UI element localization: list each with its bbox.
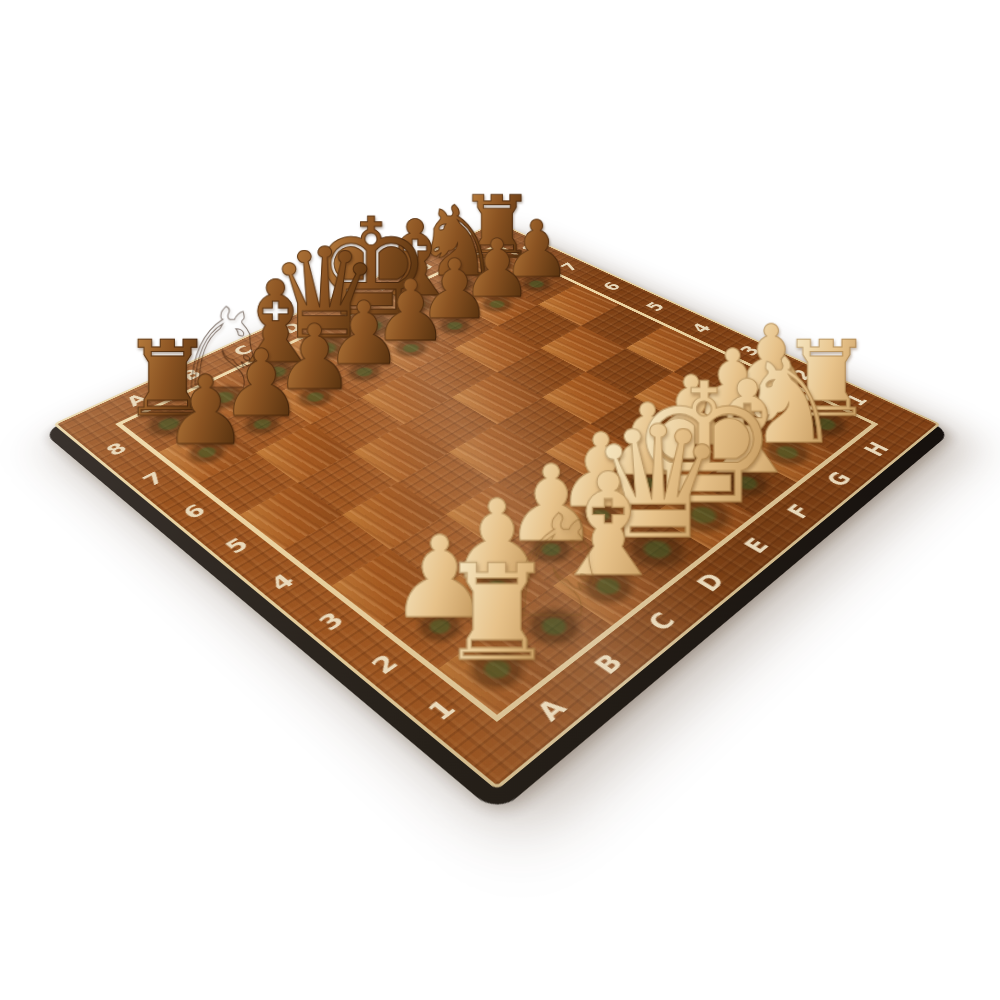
product-photo-scene: AABBCCDDEEFFGGHH1122334455667788♜♞♝♛♚♝♞♜… bbox=[0, 0, 1000, 1000]
pawn-glyph: ♟ bbox=[163, 364, 248, 459]
rook-glyph: ♜ bbox=[438, 547, 557, 680]
chess-board: AABBCCDDEEFFGGHH1122334455667788♜♞♝♛♚♝♞♜… bbox=[53, 221, 941, 790]
perspective-scene: AABBCCDDEEFFGGHH1122334455667788♜♞♝♛♚♝♞♜… bbox=[0, 0, 1000, 1000]
